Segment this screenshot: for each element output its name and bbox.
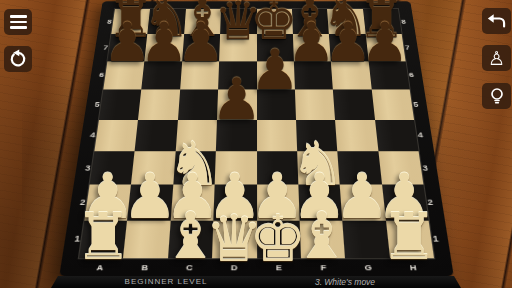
hint-button[interactable] (482, 83, 511, 109)
piece-black-pawn-d5[interactable]: ♟ (211, 71, 262, 128)
rotate-board-button[interactable] (4, 46, 32, 72)
rotate-icon (8, 49, 28, 69)
piece-white-bishop-f1[interactable]: ♝ (293, 203, 351, 267)
undo-arrow-icon (487, 11, 507, 31)
pieces-layer: ♜♞♝♛♚♝♞♜♟♟♟♟♟♟♟♟♞♞♟♟♟♟♟♟♟♟♜♝♛♚♝♜ (0, 0, 512, 288)
piece-white-rook-h1[interactable]: ♜ (380, 205, 438, 269)
hamburger-icon (10, 15, 27, 29)
undo-button[interactable] (482, 8, 511, 34)
opponent-mode-button[interactable]: ♙ (482, 45, 511, 71)
piece-black-pawn-h7[interactable]: ♟ (360, 16, 409, 70)
chess-app-screen: 8877665544332211ABCDEFGH BEGINNER LEVEL … (0, 0, 512, 288)
menu-button[interactable] (4, 9, 32, 35)
pawn-icon: ♙ (488, 49, 505, 68)
piece-white-rook-a1[interactable]: ♜ (74, 205, 132, 269)
lightbulb-icon (487, 86, 507, 107)
piece-black-pawn-c7[interactable]: ♟ (177, 16, 226, 70)
